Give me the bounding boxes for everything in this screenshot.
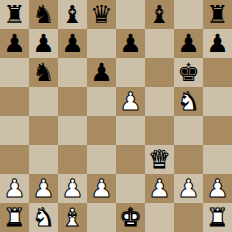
square-h6[interactable]	[203, 58, 232, 87]
piece-black-pawn: ♟	[90, 58, 112, 87]
square-c5[interactable]	[58, 87, 87, 116]
square-h7[interactable]: ♟	[203, 29, 232, 58]
piece-white-rook: ♜	[206, 203, 228, 232]
piece-black-pawn: ♟	[61, 29, 83, 58]
square-g3[interactable]	[174, 145, 203, 174]
piece-black-king: ♚	[177, 58, 199, 87]
square-a4[interactable]	[0, 116, 29, 145]
piece-white-bishop: ♝	[61, 203, 83, 232]
square-h1[interactable]: ♜	[203, 203, 232, 232]
piece-white-knight: ♞	[32, 203, 54, 232]
square-d2[interactable]: ♟	[87, 174, 116, 203]
piece-black-pawn: ♟	[177, 29, 199, 58]
square-b3[interactable]	[29, 145, 58, 174]
piece-white-queen: ♛	[148, 145, 170, 174]
square-d8[interactable]: ♛	[87, 0, 116, 29]
square-a7[interactable]: ♟	[0, 29, 29, 58]
piece-white-pawn: ♟	[32, 174, 54, 203]
square-c3[interactable]	[58, 145, 87, 174]
square-h2[interactable]: ♟	[203, 174, 232, 203]
square-b7[interactable]: ♟	[29, 29, 58, 58]
piece-black-bishop: ♝	[61, 0, 83, 29]
square-g6[interactable]: ♚	[174, 58, 203, 87]
square-d3[interactable]	[87, 145, 116, 174]
square-b4[interactable]	[29, 116, 58, 145]
square-a8[interactable]: ♜	[0, 0, 29, 29]
piece-black-pawn: ♟	[3, 29, 25, 58]
square-d6[interactable]: ♟	[87, 58, 116, 87]
square-c6[interactable]	[58, 58, 87, 87]
square-f2[interactable]: ♟	[145, 174, 174, 203]
square-b6[interactable]: ♞	[29, 58, 58, 87]
square-d5[interactable]	[87, 87, 116, 116]
piece-white-pawn: ♟	[119, 87, 141, 116]
square-e1[interactable]: ♚	[116, 203, 145, 232]
square-h4[interactable]	[203, 116, 232, 145]
square-a6[interactable]	[0, 58, 29, 87]
piece-black-queen: ♛	[90, 0, 112, 29]
square-c7[interactable]: ♟	[58, 29, 87, 58]
square-f7[interactable]	[145, 29, 174, 58]
square-e4[interactable]	[116, 116, 145, 145]
square-a1[interactable]: ♜	[0, 203, 29, 232]
piece-white-pawn: ♟	[148, 174, 170, 203]
square-c8[interactable]: ♝	[58, 0, 87, 29]
square-h8[interactable]: ♜	[203, 0, 232, 29]
square-h5[interactable]	[203, 87, 232, 116]
square-f4[interactable]	[145, 116, 174, 145]
piece-black-pawn: ♟	[206, 29, 228, 58]
square-g2[interactable]: ♟	[174, 174, 203, 203]
square-d4[interactable]	[87, 116, 116, 145]
square-b1[interactable]: ♞	[29, 203, 58, 232]
square-e6[interactable]	[116, 58, 145, 87]
square-d1[interactable]	[87, 203, 116, 232]
piece-white-pawn: ♟	[61, 174, 83, 203]
square-f3[interactable]: ♛	[145, 145, 174, 174]
square-a2[interactable]: ♟	[0, 174, 29, 203]
square-g4[interactable]	[174, 116, 203, 145]
square-b8[interactable]: ♞	[29, 0, 58, 29]
square-e3[interactable]	[116, 145, 145, 174]
piece-white-pawn: ♟	[177, 174, 199, 203]
piece-black-pawn: ♟	[119, 29, 141, 58]
piece-black-rook: ♜	[206, 0, 228, 29]
square-c4[interactable]	[58, 116, 87, 145]
square-f6[interactable]	[145, 58, 174, 87]
square-e8[interactable]	[116, 0, 145, 29]
square-f5[interactable]	[145, 87, 174, 116]
piece-white-rook: ♜	[3, 203, 25, 232]
square-f8[interactable]: ♝	[145, 0, 174, 29]
chess-board: ♜♞♝♛♝♜♟♟♟♟♟♟♞♟♚♟♞♛♟♟♟♟♟♟♟♜♞♝♚♜	[0, 0, 232, 232]
square-e2[interactable]	[116, 174, 145, 203]
square-h3[interactable]	[203, 145, 232, 174]
piece-black-knight: ♞	[32, 58, 54, 87]
square-b2[interactable]: ♟	[29, 174, 58, 203]
square-a5[interactable]	[0, 87, 29, 116]
piece-white-knight: ♞	[177, 87, 199, 116]
piece-white-pawn: ♟	[206, 174, 228, 203]
piece-white-pawn: ♟	[90, 174, 112, 203]
piece-black-bishop: ♝	[148, 0, 170, 29]
piece-black-knight: ♞	[32, 0, 54, 29]
square-g8[interactable]	[174, 0, 203, 29]
square-d7[interactable]	[87, 29, 116, 58]
square-a3[interactable]	[0, 145, 29, 174]
square-f1[interactable]	[145, 203, 174, 232]
square-g7[interactable]: ♟	[174, 29, 203, 58]
square-c1[interactable]: ♝	[58, 203, 87, 232]
piece-black-rook: ♜	[3, 0, 25, 29]
piece-black-pawn: ♟	[32, 29, 54, 58]
square-c2[interactable]: ♟	[58, 174, 87, 203]
square-g1[interactable]	[174, 203, 203, 232]
square-e5[interactable]: ♟	[116, 87, 145, 116]
square-b5[interactable]	[29, 87, 58, 116]
square-g5[interactable]: ♞	[174, 87, 203, 116]
square-e7[interactable]: ♟	[116, 29, 145, 58]
piece-white-king: ♚	[119, 203, 141, 232]
piece-white-pawn: ♟	[3, 174, 25, 203]
